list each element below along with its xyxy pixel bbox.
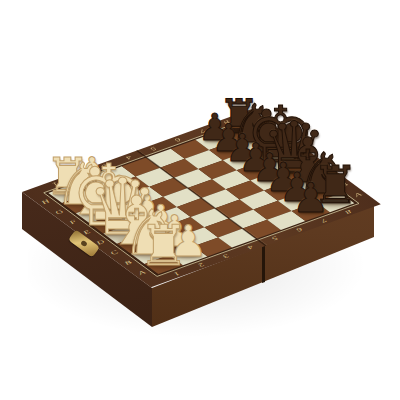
coord-number-near-4: 4 (245, 245, 255, 251)
coord-letter-far-H: H (255, 120, 267, 126)
coord-letter-far-F: F (283, 141, 294, 147)
coord-number-near-7: 7 (318, 218, 328, 224)
coord-number-near-1: 1 (171, 271, 181, 277)
coord-number-far-1: 1 (50, 182, 60, 188)
coord-number-near-5: 5 (269, 236, 279, 242)
coord-number-near-6: 6 (294, 227, 304, 233)
coord-letter-far-C: C (324, 171, 335, 177)
coord-number-near-8: 8 (343, 209, 353, 215)
coord-number-far-6: 6 (173, 137, 183, 143)
coord-number-far-5: 5 (148, 146, 158, 152)
coord-number-far-4: 4 (124, 155, 134, 161)
coord-letter-near-A: A (136, 270, 147, 276)
coord-number-near-3: 3 (220, 253, 230, 259)
coord-letter-far-D: D (310, 161, 322, 167)
coord-letter-far-G: G (269, 131, 281, 137)
coord-letter-far-B: B (338, 182, 349, 188)
coord-number-far-2: 2 (75, 173, 85, 179)
coord-letter-near-H: H (39, 198, 51, 204)
coord-letter-far-E: E (297, 151, 308, 157)
coord-letter-near-G: G (53, 209, 65, 215)
coord-number-far-3: 3 (99, 164, 109, 170)
coord-letter-near-F: F (67, 219, 78, 225)
coord-letter-near-B: B (122, 260, 133, 266)
coord-number-far-7: 7 (197, 128, 207, 134)
coord-number-near-2: 2 (196, 262, 206, 268)
coord-letter-far-A: A (352, 192, 363, 198)
chess-set-photo: HHGGFFEEDDCCBBAA1122334455667788 ♜♞♝♛♚♝♞… (0, 0, 400, 400)
coord-number-far-8: 8 (222, 120, 232, 126)
coord-letter-near-C: C (108, 249, 119, 255)
